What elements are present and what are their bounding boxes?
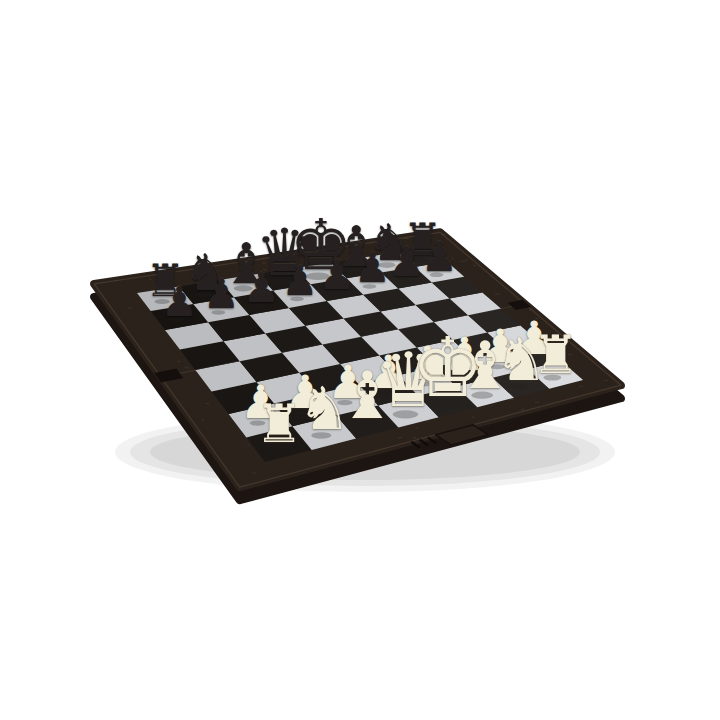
piece-black-pawn-e7[interactable]: ♟ bbox=[319, 256, 356, 295]
piece-white-rook-a1[interactable]: ♜ bbox=[255, 398, 303, 448]
piece-black-pawn-c7[interactable]: ♟ bbox=[243, 269, 280, 308]
photo-stage: ♜♞♝♛♚♝♞♜♟♟♟♟♟♟♟♟♟♟♟♟♟♟♟♟♜♞♝♛♚♝♞♜ bbox=[0, 0, 720, 720]
piece-black-pawn-f7[interactable]: ♟ bbox=[354, 249, 391, 288]
piece-black-pawn-b7[interactable]: ♟ bbox=[203, 276, 240, 315]
piece-black-pawn-g7[interactable]: ♟ bbox=[388, 244, 425, 283]
piece-black-pawn-a7[interactable]: ♟ bbox=[161, 283, 198, 322]
piece-black-pawn-h7[interactable]: ♟ bbox=[421, 238, 458, 277]
piece-black-pawn-d7[interactable]: ♟ bbox=[282, 262, 319, 301]
piece-white-rook-h1[interactable]: ♜ bbox=[532, 329, 580, 379]
